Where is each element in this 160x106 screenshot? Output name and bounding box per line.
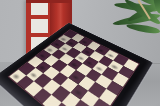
- white-knight-icon: ♞: [95, 57, 105, 68]
- black-queen-icon: ♛: [38, 44, 49, 56]
- white-pawn-icon: ♟: [74, 82, 83, 92]
- black-pawn-icon: ♟: [82, 34, 89, 42]
- black-pawn-icon: ♟: [68, 35, 75, 43]
- black-pawn-icon: ♟: [114, 96, 121, 104]
- white-rook-icon: ♜: [98, 41, 106, 50]
- white-pawn-icon: ♟: [71, 56, 79, 65]
- black-rook-icon: ♜: [12, 65, 22, 76]
- black-pawn-icon: ♟: [72, 68, 80, 77]
- chess-set-photo-scene: ♟♜♟♚♟♟♚♝♟♝♛♞♞♟♛♟♟♟♟♜ ♟♟: [0, 0, 160, 106]
- white-king-icon: ♚: [109, 53, 121, 66]
- black-pawn-icon: ♟: [39, 58, 47, 67]
- black-pawn-icon: ♟: [61, 41, 68, 49]
- board-perspective-wrapper: ♟♜♟♚♟♟♚♝♟♝♛♞♞♟♛♟♟♟♟♜ ♟♟: [0, 0, 160, 106]
- chess-board: ♟♜♟♚♟♟♚♝♟♝♛♞♞♟♛♟♟♟♟♜ ♟♟: [0, 23, 153, 106]
- black-pawn-icon: ♟: [30, 65, 38, 74]
